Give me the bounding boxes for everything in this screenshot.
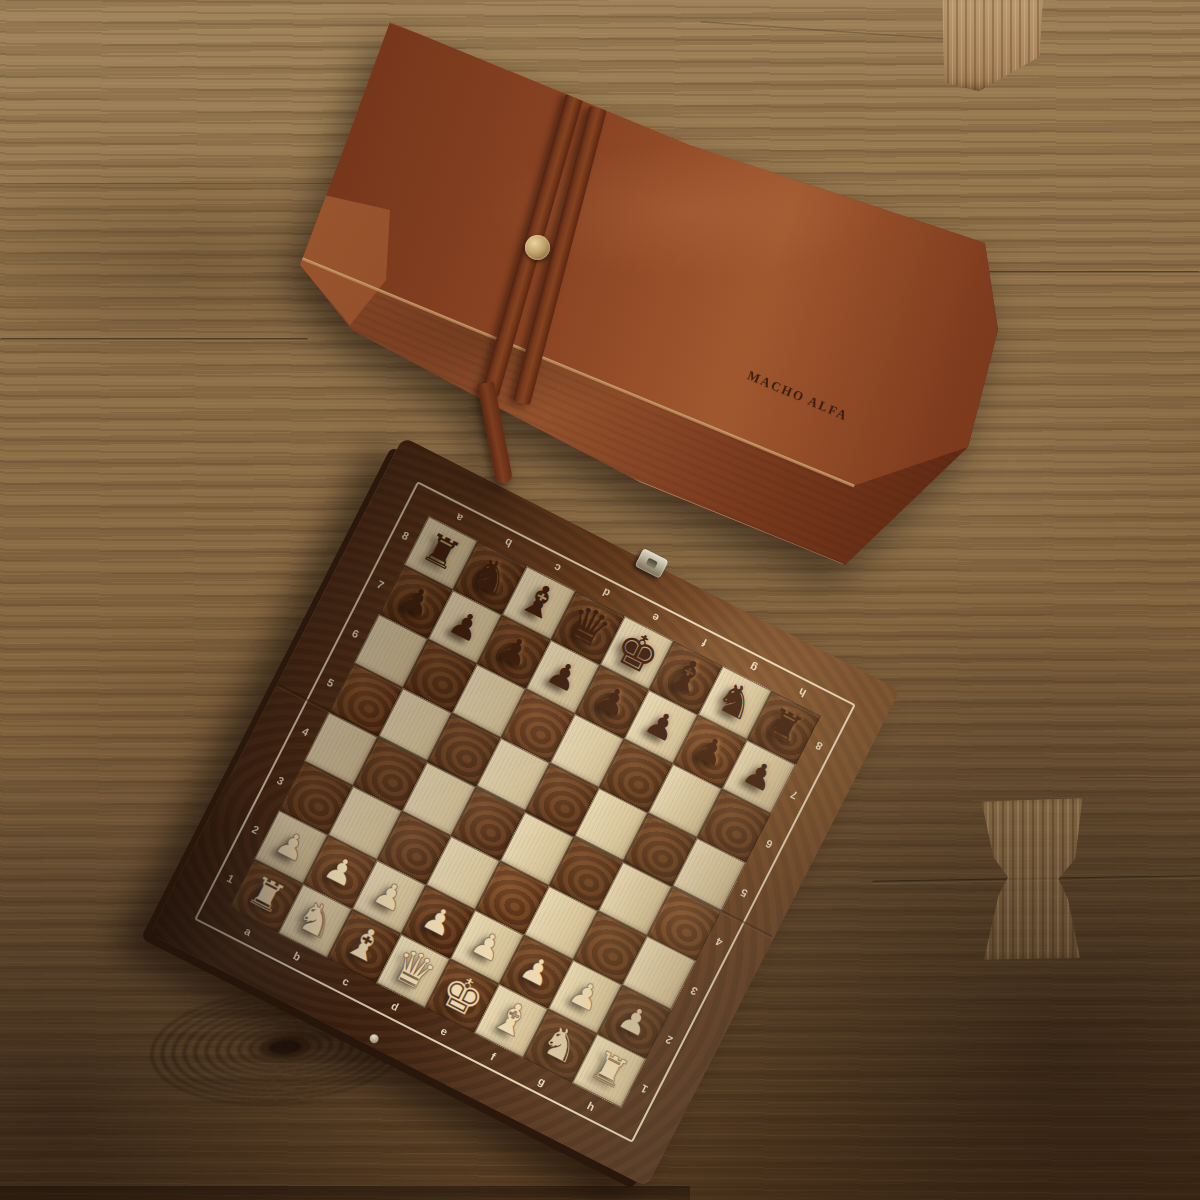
piece-white-r-a1[interactable]: ♜ (242, 868, 292, 920)
piece-white-b-f1[interactable]: ♝ (485, 991, 539, 1047)
piece-white-p-b2[interactable]: ♟ (320, 848, 363, 892)
leather-pouch: MACHO ALFA (290, 0, 1010, 600)
piece-white-r-h1[interactable]: ♜ (585, 1043, 635, 1095)
piece-white-p-a2[interactable]: ♟ (271, 823, 314, 867)
piece-black-p-e7[interactable]: ♟ (592, 678, 635, 722)
brass-button (525, 235, 550, 260)
piece-black-p-c7[interactable]: ♟ (494, 628, 537, 672)
piece-black-p-h7[interactable]: ♟ (739, 753, 782, 797)
piece-black-b-f8[interactable]: ♝ (660, 648, 714, 704)
pouch-body: MACHO ALFA (290, 0, 1010, 600)
plank-shadow-strip (0, 1186, 690, 1200)
plank-joint-line (1080, 777, 1200, 779)
board-eyelet (368, 1033, 380, 1045)
bottom-edge-piping (589, 461, 844, 567)
piece-black-p-g7[interactable]: ♟ (690, 728, 733, 772)
piece-white-p-g2[interactable]: ♟ (565, 973, 608, 1017)
piece-white-b-c1[interactable]: ♝ (338, 916, 392, 972)
piece-white-p-f2[interactable]: ♟ (516, 948, 559, 992)
piece-black-p-d7[interactable]: ♟ (543, 653, 586, 697)
piece-white-p-d2[interactable]: ♟ (418, 898, 461, 942)
piece-black-p-b7[interactable]: ♟ (445, 603, 488, 647)
piece-white-p-h2[interactable]: ♟ (614, 998, 657, 1042)
plank-joint-line (0, 338, 308, 341)
piece-white-p-e2[interactable]: ♟ (467, 923, 510, 967)
piece-white-p-c2[interactable]: ♟ (369, 873, 412, 917)
piece-black-n-g8[interactable]: ♞ (709, 673, 763, 729)
piece-white-n-g1[interactable]: ♞ (534, 1016, 588, 1072)
scene-photo: MACHO ALFA aabbccddeeffgghh8877665544332… (0, 0, 1200, 1200)
piece-white-n-b1[interactable]: ♞ (289, 891, 343, 947)
piece-black-p-f7[interactable]: ♟ (641, 703, 684, 747)
piece-black-r-h8[interactable]: ♜ (760, 700, 810, 752)
